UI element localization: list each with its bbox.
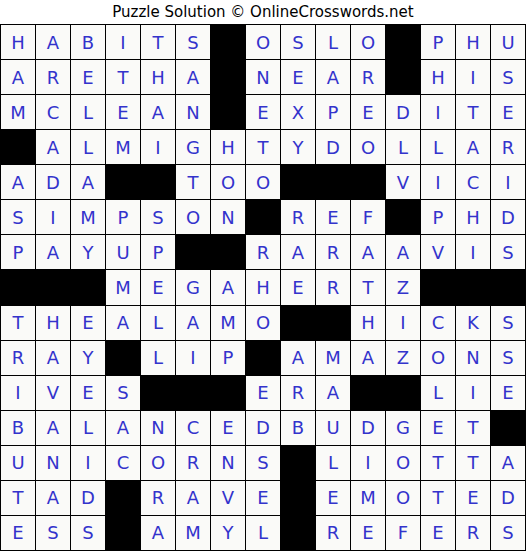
letter-cell: R — [316, 270, 350, 304]
puzzle-title: Puzzle Solution © OnlineCrosswords.net — [0, 0, 526, 24]
letter-cell: A — [491, 446, 525, 480]
letter-cell: S — [491, 306, 525, 340]
letter-cell: S — [106, 376, 140, 410]
block-cell — [211, 60, 245, 94]
letter-cell: E — [71, 376, 105, 410]
letter-cell: I — [456, 60, 490, 94]
letter-cell: O — [386, 446, 420, 480]
block-cell — [316, 165, 350, 199]
letter-cell: I — [141, 130, 175, 164]
letter-cell: T — [246, 130, 280, 164]
letter-cell: E — [211, 411, 245, 445]
block-cell — [421, 270, 455, 304]
letter-cell: O — [351, 130, 385, 164]
letter-cell: A — [36, 25, 70, 59]
letter-cell: G — [176, 130, 210, 164]
letter-cell: C — [176, 411, 210, 445]
letter-cell: E — [71, 306, 105, 340]
letter-cell: F — [386, 516, 420, 550]
letter-cell: A — [1, 60, 35, 94]
letter-cell: P — [421, 25, 455, 59]
letter-cell: E — [421, 516, 455, 550]
block-cell — [246, 341, 280, 375]
block-cell — [386, 25, 420, 59]
letter-cell: P — [1, 235, 35, 269]
letter-cell: L — [246, 516, 280, 550]
block-cell — [351, 165, 385, 199]
letter-cell: O — [246, 25, 280, 59]
letter-cell: S — [71, 516, 105, 550]
letter-cell: I — [421, 95, 455, 129]
letter-cell: I — [36, 200, 70, 234]
letter-cell: H — [1, 25, 35, 59]
letter-cell: S — [176, 25, 210, 59]
letter-cell: N — [211, 200, 245, 234]
letter-cell: E — [316, 200, 350, 234]
letter-cell: E — [351, 95, 385, 129]
letter-cell: A — [36, 481, 70, 515]
letter-cell: T — [106, 60, 140, 94]
letter-cell: L — [71, 130, 105, 164]
letter-cell: A — [386, 235, 420, 269]
letter-cell: L — [141, 306, 175, 340]
letter-cell: D — [36, 165, 70, 199]
letter-cell: R — [246, 235, 280, 269]
letter-cell: M — [71, 200, 105, 234]
letter-cell: I — [1, 376, 35, 410]
letter-cell: I — [456, 376, 490, 410]
letter-cell: C — [421, 306, 455, 340]
letter-cell: P — [421, 200, 455, 234]
letter-cell: U — [316, 411, 350, 445]
letter-cell: A — [106, 411, 140, 445]
letter-cell: U — [491, 25, 525, 59]
letter-cell: M — [351, 481, 385, 515]
letter-cell: B — [1, 411, 35, 445]
letter-cell: G — [386, 411, 420, 445]
letter-cell: H — [351, 306, 385, 340]
letter-cell: T — [351, 270, 385, 304]
block-cell — [491, 270, 525, 304]
letter-cell: D — [246, 411, 280, 445]
letter-cell: I — [71, 446, 105, 480]
letter-cell: X — [281, 95, 315, 129]
block-cell — [1, 130, 35, 164]
letter-cell: N — [176, 95, 210, 129]
letter-cell: M — [106, 270, 140, 304]
letter-cell: V — [211, 481, 245, 515]
block-cell — [1, 270, 35, 304]
letter-cell: Y — [71, 341, 105, 375]
block-cell — [281, 481, 315, 515]
letter-cell: L — [71, 95, 105, 129]
letter-cell: Y — [71, 235, 105, 269]
block-cell — [386, 376, 420, 410]
letter-cell: A — [36, 235, 70, 269]
letter-cell: T — [141, 25, 175, 59]
letter-cell: N — [36, 446, 70, 480]
letter-cell: R — [36, 60, 70, 94]
letter-cell: L — [71, 411, 105, 445]
block-cell — [246, 200, 280, 234]
letter-cell: A — [36, 411, 70, 445]
letter-cell: B — [281, 411, 315, 445]
letter-cell: C — [456, 165, 490, 199]
letter-cell: A — [281, 235, 315, 269]
block-cell — [351, 376, 385, 410]
letter-cell: M — [316, 341, 350, 375]
letter-cell: R — [1, 341, 35, 375]
letter-cell: R — [456, 516, 490, 550]
letter-cell: E — [246, 376, 280, 410]
letter-cell: O — [421, 341, 455, 375]
letter-cell: C — [36, 95, 70, 129]
letter-cell: A — [71, 165, 105, 199]
letter-cell: S — [141, 200, 175, 234]
block-cell — [386, 200, 420, 234]
letter-cell: R — [281, 200, 315, 234]
letter-cell: O — [351, 25, 385, 59]
letter-cell: H — [456, 25, 490, 59]
letter-cell: U — [106, 235, 140, 269]
letter-cell: E — [316, 481, 350, 515]
letter-cell: D — [71, 481, 105, 515]
letter-cell: F — [351, 200, 385, 234]
letter-cell: A — [281, 341, 315, 375]
letter-cell: R — [176, 446, 210, 480]
letter-cell: A — [351, 341, 385, 375]
block-cell — [211, 235, 245, 269]
letter-cell: D — [491, 481, 525, 515]
block-cell — [36, 270, 70, 304]
letter-cell: A — [456, 130, 490, 164]
letter-cell: N — [141, 411, 175, 445]
letter-cell: S — [491, 516, 525, 550]
letter-cell: I — [351, 446, 385, 480]
letter-cell: V — [36, 376, 70, 410]
letter-cell: E — [246, 95, 280, 129]
block-cell — [106, 165, 140, 199]
letter-cell: N — [456, 341, 490, 375]
letter-cell: N — [211, 446, 245, 480]
puzzle-solution-page: Puzzle Solution © OnlineCrosswords.net H… — [0, 0, 526, 551]
letter-cell: N — [246, 60, 280, 94]
letter-cell: S — [36, 516, 70, 550]
block-cell — [281, 446, 315, 480]
letter-cell: H — [211, 130, 245, 164]
letter-cell: P — [106, 200, 140, 234]
letter-cell: T — [421, 446, 455, 480]
letter-cell: Y — [211, 516, 245, 550]
letter-cell: I — [421, 165, 455, 199]
letter-cell: H — [141, 60, 175, 94]
letter-cell: O — [176, 200, 210, 234]
letter-cell: S — [491, 60, 525, 94]
letter-cell: A — [176, 306, 210, 340]
letter-cell: R — [351, 60, 385, 94]
letter-cell: R — [316, 235, 350, 269]
letter-cell: C — [106, 446, 140, 480]
letter-cell: E — [491, 376, 525, 410]
letter-cell: O — [246, 306, 280, 340]
crossword-grid: HABITSOSLOPHUARETHANEARHISMCLEANEXPEDITE… — [0, 24, 526, 551]
letter-cell: O — [386, 481, 420, 515]
letter-cell: A — [211, 270, 245, 304]
letter-cell: S — [491, 235, 525, 269]
letter-cell: P — [211, 341, 245, 375]
letter-cell: E — [246, 481, 280, 515]
letter-cell: M — [176, 516, 210, 550]
letter-cell: E — [1, 516, 35, 550]
block-cell — [71, 270, 105, 304]
block-cell — [176, 235, 210, 269]
block-cell — [491, 411, 525, 445]
letter-cell: O — [246, 165, 280, 199]
letter-cell: L — [141, 341, 175, 375]
block-cell — [211, 95, 245, 129]
block-cell — [281, 516, 315, 550]
letter-cell: H — [246, 270, 280, 304]
block-cell — [456, 270, 490, 304]
letter-cell: H — [456, 200, 490, 234]
letter-cell: T — [1, 481, 35, 515]
letter-cell: A — [176, 481, 210, 515]
letter-cell: G — [176, 270, 210, 304]
block-cell — [386, 60, 420, 94]
letter-cell: I — [491, 165, 525, 199]
letter-cell: R — [281, 376, 315, 410]
letter-cell: T — [176, 165, 210, 199]
letter-cell: E — [71, 60, 105, 94]
block-cell — [141, 165, 175, 199]
letter-cell: A — [36, 341, 70, 375]
letter-cell: A — [106, 306, 140, 340]
letter-cell: D — [491, 200, 525, 234]
letter-cell: S — [491, 341, 525, 375]
letter-cell: S — [246, 446, 280, 480]
letter-cell: V — [421, 235, 455, 269]
letter-cell: A — [36, 130, 70, 164]
letter-cell: I — [176, 341, 210, 375]
letter-cell: E — [281, 60, 315, 94]
letter-cell: Z — [386, 270, 420, 304]
letter-cell: R — [491, 130, 525, 164]
letter-cell: L — [421, 376, 455, 410]
block-cell — [211, 25, 245, 59]
letter-cell: P — [141, 235, 175, 269]
letter-cell: V — [386, 165, 420, 199]
block-cell — [281, 306, 315, 340]
letter-cell: E — [141, 270, 175, 304]
letter-cell: O — [211, 165, 245, 199]
block-cell — [106, 481, 140, 515]
letter-cell: D — [351, 411, 385, 445]
letter-cell: O — [141, 446, 175, 480]
letter-cell: E — [421, 411, 455, 445]
letter-cell: A — [141, 516, 175, 550]
letter-cell: A — [141, 95, 175, 129]
letter-cell: E — [281, 270, 315, 304]
letter-cell: S — [281, 25, 315, 59]
letter-cell: L — [316, 25, 350, 59]
letter-cell: A — [316, 60, 350, 94]
letter-cell: I — [386, 306, 420, 340]
letter-cell: H — [421, 60, 455, 94]
letter-cell: T — [456, 446, 490, 480]
letter-cell: I — [106, 25, 140, 59]
letter-cell: D — [386, 95, 420, 129]
letter-cell: T — [456, 411, 490, 445]
letter-cell: T — [421, 481, 455, 515]
letter-cell: A — [1, 165, 35, 199]
letter-cell: B — [71, 25, 105, 59]
letter-cell: H — [36, 306, 70, 340]
letter-cell: E — [106, 95, 140, 129]
letter-cell: Y — [281, 130, 315, 164]
letter-cell: L — [386, 130, 420, 164]
letter-cell: E — [456, 481, 490, 515]
letter-cell: S — [1, 200, 35, 234]
block-cell — [176, 376, 210, 410]
letter-cell: P — [316, 95, 350, 129]
letter-cell: I — [456, 235, 490, 269]
block-cell — [281, 165, 315, 199]
letter-cell: A — [351, 235, 385, 269]
letter-cell: L — [316, 446, 350, 480]
letter-cell: M — [106, 130, 140, 164]
letter-cell: A — [176, 60, 210, 94]
letter-cell: D — [316, 130, 350, 164]
letter-cell: A — [316, 376, 350, 410]
letter-cell: R — [316, 516, 350, 550]
letter-cell: U — [1, 446, 35, 480]
letter-cell: T — [1, 306, 35, 340]
block-cell — [106, 516, 140, 550]
block-cell — [211, 376, 245, 410]
letter-cell: Z — [386, 341, 420, 375]
letter-cell: E — [491, 95, 525, 129]
block-cell — [316, 306, 350, 340]
letter-cell: E — [351, 516, 385, 550]
letter-cell: M — [211, 306, 245, 340]
letter-cell: M — [1, 95, 35, 129]
block-cell — [141, 376, 175, 410]
letter-cell: R — [141, 481, 175, 515]
letter-cell: K — [456, 306, 490, 340]
letter-cell: L — [421, 130, 455, 164]
block-cell — [106, 341, 140, 375]
letter-cell: T — [456, 95, 490, 129]
